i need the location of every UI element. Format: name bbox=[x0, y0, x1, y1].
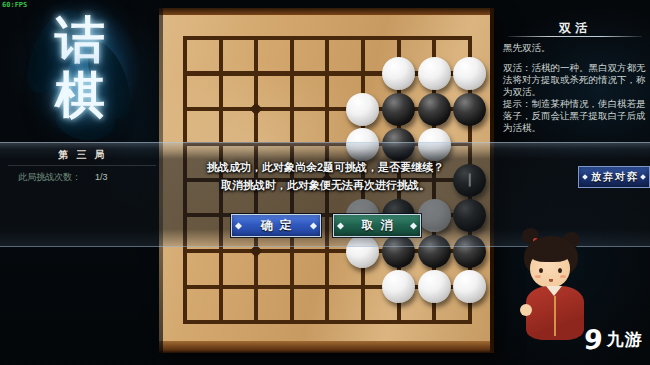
board-top-bevel bbox=[159, 8, 490, 15]
puzzle-title-underline bbox=[508, 36, 642, 37]
white-stone-J2 bbox=[453, 270, 486, 303]
intersection-B9[interactable] bbox=[203, 20, 239, 56]
mascot-hand bbox=[520, 304, 532, 316]
black-stone-J7 bbox=[453, 93, 486, 126]
intersection-A9[interactable] bbox=[167, 20, 203, 56]
intersection-E1[interactable] bbox=[310, 304, 346, 340]
intersection-D8[interactable] bbox=[274, 56, 310, 92]
intersection-D2[interactable] bbox=[274, 269, 310, 305]
intersection-A7[interactable] bbox=[167, 91, 203, 127]
white-stone-H2 bbox=[418, 270, 451, 303]
confirm-button[interactable]: 确定 bbox=[231, 214, 321, 237]
intersection-F1[interactable] bbox=[345, 304, 381, 340]
intersection-F8[interactable] bbox=[345, 56, 381, 92]
white-stone-G2 bbox=[382, 270, 415, 303]
intersection-H1[interactable] bbox=[416, 304, 452, 340]
dialog-message-line2: 取消挑战时，此对象便无法再次进行挑战。 bbox=[168, 178, 483, 193]
intersection-H8[interactable] bbox=[416, 56, 452, 92]
mascot-bangs bbox=[530, 246, 570, 262]
intersection-G8[interactable] bbox=[381, 56, 417, 92]
white-stone-G8 bbox=[382, 57, 415, 90]
nine-game-logo-icon: 9 bbox=[583, 326, 604, 353]
intersection-A2[interactable] bbox=[167, 269, 203, 305]
intersection-E7[interactable] bbox=[310, 91, 346, 127]
intersection-G2[interactable] bbox=[381, 269, 417, 305]
black-stone-G7 bbox=[382, 93, 415, 126]
intersection-J7[interactable] bbox=[452, 91, 488, 127]
challenge-count-value: 1/3 bbox=[95, 172, 108, 182]
board-front-face bbox=[159, 341, 490, 353]
mascot-mouth bbox=[549, 279, 553, 282]
intersection-J2[interactable] bbox=[452, 269, 488, 305]
intersection-C2[interactable] bbox=[238, 269, 274, 305]
intersection-E2[interactable] bbox=[310, 269, 346, 305]
intersection-A1[interactable] bbox=[167, 304, 203, 340]
intersection-B1[interactable] bbox=[203, 304, 239, 340]
intersection-G7[interactable] bbox=[381, 91, 417, 127]
mascot-blush bbox=[560, 275, 566, 278]
intersection-F7[interactable] bbox=[345, 91, 381, 127]
puzzle-definition-text: 双活：活棋的一种。黑白双方都无法将对方提取或杀死的情况下，称为双活。 bbox=[503, 62, 647, 98]
round-title: 第三局 bbox=[0, 148, 163, 162]
intersection-B7[interactable] bbox=[203, 91, 239, 127]
mascot-eye bbox=[539, 268, 543, 273]
intersection-H7[interactable] bbox=[416, 91, 452, 127]
game-screen: 60:FPS 诘棋 第三局 此局挑战次数：1/3 挑战成功，此对象尚余2题可挑战… bbox=[0, 0, 650, 365]
puzzle-title: 双活 bbox=[500, 20, 646, 37]
intersection-H9[interactable] bbox=[416, 20, 452, 56]
intersection-D7[interactable] bbox=[274, 91, 310, 127]
white-stone-F7 bbox=[346, 93, 379, 126]
intersection-H2[interactable] bbox=[416, 269, 452, 305]
challenge-count-label: 此局挑战次数： bbox=[18, 172, 81, 182]
round-divider bbox=[8, 165, 156, 166]
intersection-F9[interactable] bbox=[345, 20, 381, 56]
white-stone-H8 bbox=[418, 57, 451, 90]
intersection-B2[interactable] bbox=[203, 269, 239, 305]
intersection-J1[interactable] bbox=[452, 304, 488, 340]
mascot-eye bbox=[558, 268, 562, 273]
intersection-G1[interactable] bbox=[381, 304, 417, 340]
intersection-J9[interactable] bbox=[452, 20, 488, 56]
puzzle-hint-text: 提示：制造某种情况，使白棋若是落子，反而会让黑子提取白子后成为活棋。 bbox=[503, 98, 647, 134]
puzzle-goal-text: 黑先双活。 bbox=[503, 42, 647, 54]
cancel-button[interactable]: 取消 bbox=[333, 214, 421, 237]
intersection-C8[interactable] bbox=[238, 56, 274, 92]
intersection-C9[interactable] bbox=[238, 20, 274, 56]
intersection-D1[interactable] bbox=[274, 304, 310, 340]
intersection-C1[interactable] bbox=[238, 304, 274, 340]
game-mode-title-calligraphy: 诘棋 bbox=[52, 12, 108, 122]
intersection-A8[interactable] bbox=[167, 56, 203, 92]
intersection-D9[interactable] bbox=[274, 20, 310, 56]
challenge-stats: 此局挑战次数：1/3 bbox=[18, 171, 108, 184]
intersection-G9[interactable] bbox=[381, 20, 417, 56]
intersection-J8[interactable] bbox=[452, 56, 488, 92]
intersection-E9[interactable] bbox=[310, 20, 346, 56]
black-stone-H7 bbox=[418, 93, 451, 126]
white-stone-J8 bbox=[453, 57, 486, 90]
intersection-E8[interactable] bbox=[310, 56, 346, 92]
fps-counter: 60:FPS bbox=[2, 1, 27, 9]
mascot-dress-trim bbox=[554, 296, 556, 336]
nine-game-logo-text: 九游 bbox=[607, 328, 643, 351]
platform-logo: 9 九游 bbox=[584, 326, 643, 353]
intersection-B8[interactable] bbox=[203, 56, 239, 92]
dialog-message-line1: 挑战成功，此对象尚余2题可挑战，是否要继续？ bbox=[168, 160, 483, 175]
mascot-blush bbox=[535, 275, 541, 278]
resign-game-button[interactable]: 放弃对弈 bbox=[578, 166, 650, 188]
intersection-F2[interactable] bbox=[345, 269, 381, 305]
